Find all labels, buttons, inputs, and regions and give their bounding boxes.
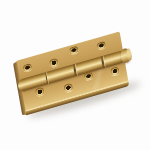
knuckle-gap-line xyxy=(45,72,48,84)
knuckle-gap-line xyxy=(101,56,104,68)
knuckle-gap-line xyxy=(73,64,76,76)
brass-hinge xyxy=(16,31,129,110)
product-photo xyxy=(0,0,150,150)
